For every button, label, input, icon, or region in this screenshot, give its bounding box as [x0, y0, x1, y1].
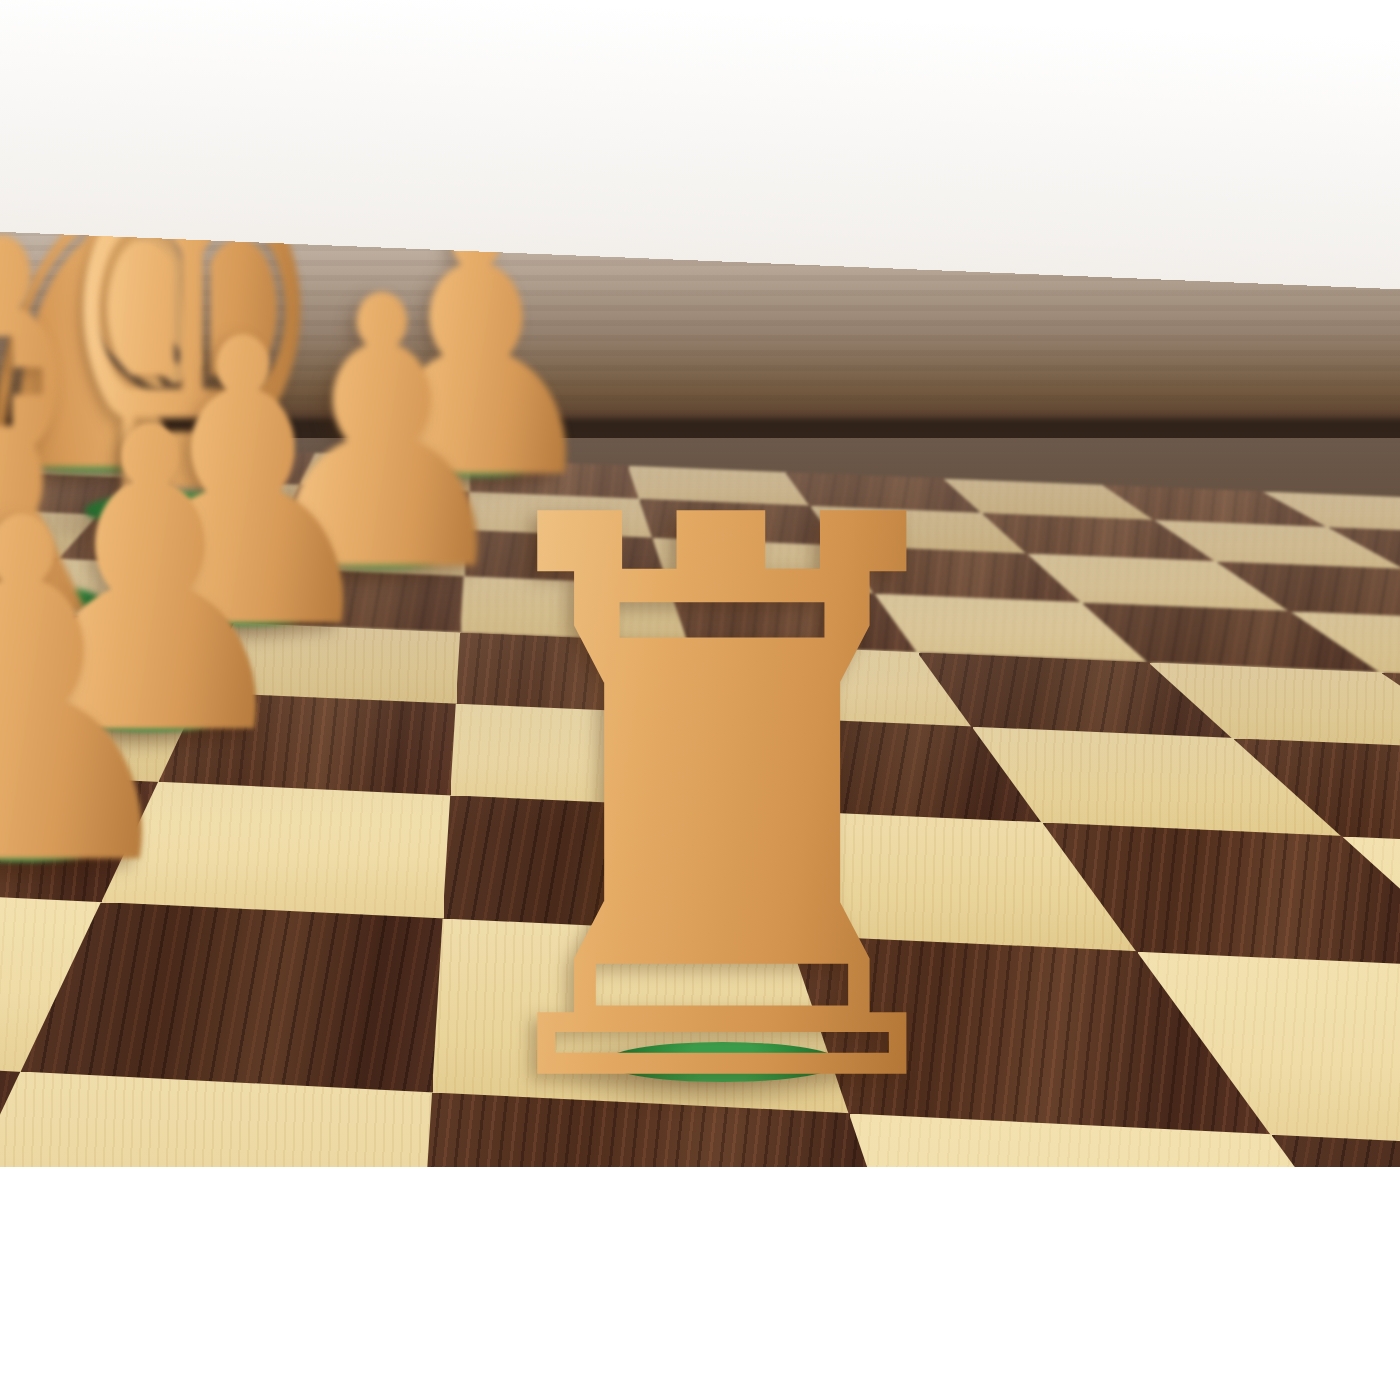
- chess-set-photo: ♞♟♚♟♝♟♟♟♜: [0, 0, 1400, 1400]
- rook-glyph: ♜: [428, 421, 1016, 1192]
- bottom-white-band: [0, 1167, 1400, 1400]
- pawn-glyph: ♟: [0, 459, 202, 930]
